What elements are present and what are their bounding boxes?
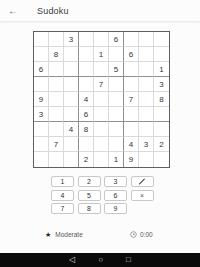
cell-r1c2[interactable] [49,32,64,47]
cell-r7c3[interactable]: 4 [64,122,79,137]
cell-r3c8[interactable] [139,62,154,77]
cell-r1c8[interactable] [139,32,154,47]
cell-r4c7[interactable] [124,77,139,92]
cell-r7c8[interactable] [139,122,154,137]
cell-r1c9[interactable] [154,32,169,47]
cell-r4c8[interactable] [139,77,154,92]
cell-r7c7[interactable] [124,122,139,137]
cell-r4c9[interactable]: 3 [154,77,169,92]
digit-9-button[interactable]: 9 [104,203,127,214]
cell-r8c4[interactable] [79,137,94,152]
cell-r8c7[interactable]: 4 [124,137,139,152]
cell-r2c6[interactable] [109,47,124,62]
cell-r1c3[interactable]: 3 [64,32,79,47]
digit-7-button[interactable]: 7 [51,203,74,214]
cell-r7c5[interactable] [94,122,109,137]
cell-r9c2[interactable] [49,152,64,167]
cell-r1c7[interactable] [124,32,139,47]
pencil-button[interactable] [131,176,154,187]
cell-r8c1[interactable] [34,137,49,152]
cell-r6c4[interactable]: 6 [79,107,94,122]
clock-icon [130,231,137,238]
cell-r4c4[interactable] [79,77,94,92]
cell-r9c5[interactable] [94,152,109,167]
cell-r6c2[interactable] [49,107,64,122]
cell-r9c4[interactable]: 2 [79,152,94,167]
cell-r2c3[interactable] [64,47,79,62]
cell-r2c4[interactable] [79,47,94,62]
cell-r9c8[interactable] [139,152,154,167]
cell-r8c9[interactable]: 2 [154,137,169,152]
cell-r2c7[interactable]: 6 [124,47,139,62]
cell-r3c1[interactable]: 6 [34,62,49,77]
cell-r5c8[interactable] [139,92,154,107]
cell-r3c2[interactable] [49,62,64,77]
cell-r9c6[interactable]: 1 [109,152,124,167]
cell-r7c4[interactable]: 8 [79,122,94,137]
cell-r8c5[interactable] [94,137,109,152]
cell-r2c2[interactable]: 8 [49,47,64,62]
cell-r8c2[interactable]: 7 [49,137,64,152]
cell-r3c4[interactable] [79,62,94,77]
cell-r9c7[interactable]: 9 [124,152,139,167]
cell-r6c9[interactable] [154,107,169,122]
cell-r1c4[interactable] [79,32,94,47]
cell-r8c8[interactable]: 3 [139,137,154,152]
cell-r5c4[interactable]: 4 [79,92,94,107]
cell-r4c1[interactable] [34,77,49,92]
difficulty-indicator: ★ Moderate [45,229,83,240]
cell-r5c7[interactable]: 7 [124,92,139,107]
cell-r3c6[interactable]: 5 [109,62,124,77]
cell-r1c1[interactable] [34,32,49,47]
pencil-icon [139,178,146,185]
cell-r8c6[interactable] [109,137,124,152]
cell-r9c9[interactable] [154,152,169,167]
numpad: 123456×789 [51,176,154,214]
page-title: Sudoku [37,6,69,16]
app-bar: ← Sudoku [0,0,200,21]
cell-r3c9[interactable]: 1 [154,62,169,77]
cell-r9c3[interactable] [64,152,79,167]
cell-r5c3[interactable] [64,92,79,107]
cell-r5c5[interactable] [94,92,109,107]
cell-r1c5[interactable] [94,32,109,47]
cell-r5c1[interactable]: 9 [34,92,49,107]
cell-r1c6[interactable]: 6 [109,32,124,47]
cell-r4c2[interactable] [49,77,64,92]
cell-r4c6[interactable] [109,77,124,92]
cell-r6c3[interactable] [64,107,79,122]
star-icon: ★ [45,229,51,240]
cell-r9c1[interactable] [34,152,49,167]
cell-r6c5[interactable] [94,107,109,122]
cell-r3c7[interactable] [124,62,139,77]
digit-1-button[interactable]: 1 [51,176,74,187]
cell-r6c8[interactable] [139,107,154,122]
cell-r2c9[interactable] [154,47,169,62]
nav-home-icon[interactable]: ○ [98,253,103,267]
sudoku-board: 3681665173947836487432219 [33,31,170,168]
cell-r5c9[interactable]: 8 [154,92,169,107]
cell-r7c9[interactable] [154,122,169,137]
cell-r7c1[interactable] [34,122,49,137]
cell-r5c2[interactable] [49,92,64,107]
clear-button[interactable]: × [131,190,154,201]
digit-5-button[interactable]: 5 [78,190,101,201]
nav-recents-icon[interactable]: □ [126,253,131,267]
nav-back-icon[interactable]: ◁ [69,253,75,267]
cell-r2c1[interactable] [34,47,49,62]
cell-r4c5[interactable]: 7 [94,77,109,92]
digit-6-button[interactable]: 6 [104,190,127,201]
cell-r3c3[interactable] [64,62,79,77]
cell-r6c7[interactable] [124,107,139,122]
cell-r2c5[interactable]: 1 [94,47,109,62]
clear-x-icon: × [140,192,144,199]
cell-r3c5[interactable] [94,62,109,77]
digit-2-button[interactable]: 2 [78,176,101,187]
digit-4-button[interactable]: 4 [51,190,74,201]
difficulty-label: Moderate [55,231,82,238]
cell-r7c6[interactable] [109,122,124,137]
timer-value: 0:00 [140,231,153,238]
cell-r2c8[interactable] [139,47,154,62]
info-bar: ★ Moderate 0:00 [0,229,200,240]
cell-r4c3[interactable] [64,77,79,92]
timer-indicator: 0:00 [130,229,153,240]
back-arrow-icon[interactable]: ← [8,0,24,21]
cell-r6c6[interactable] [109,107,124,122]
android-nav-bar: ◁ ○ □ [0,253,200,267]
cell-r5c6[interactable] [109,92,124,107]
cell-r7c2[interactable] [49,122,64,137]
cell-r6c1[interactable]: 3 [34,107,49,122]
digit-3-button[interactable]: 3 [104,176,127,187]
cell-r8c3[interactable] [64,137,79,152]
digit-8-button[interactable]: 8 [78,203,101,214]
